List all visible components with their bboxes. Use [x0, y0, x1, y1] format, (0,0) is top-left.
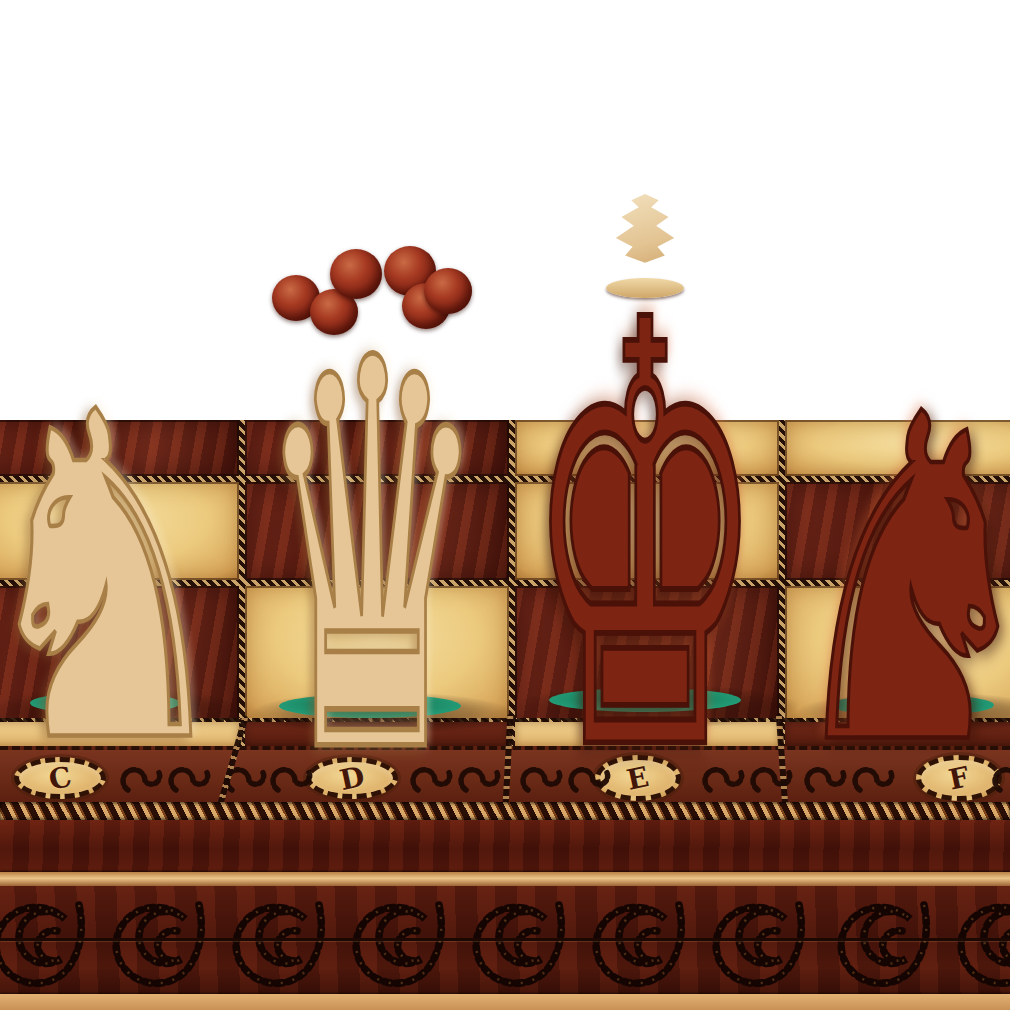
king-finial-disc	[606, 278, 684, 298]
burned-spiral-ornament	[940, 891, 1010, 991]
burned-spiral-ornament	[0, 891, 91, 991]
king-finial-ornament	[606, 194, 684, 298]
knight-glyph: ♞	[778, 358, 1010, 808]
knight-glyph: ♞	[0, 356, 239, 806]
piece-white-queen[interactable]: ♛	[255, 292, 489, 829]
queen-coronet-ball	[424, 268, 472, 314]
queen-glyph: ♛	[255, 292, 489, 829]
burned-spiral-ornament	[575, 891, 691, 991]
burned-spiral-ornament	[215, 891, 331, 991]
burned-spiral-ornament	[820, 891, 936, 991]
maple-inlay-line	[0, 872, 1010, 886]
box-bottom-edge	[0, 994, 1010, 1010]
burned-spiral-ornament	[95, 891, 211, 991]
king-finial-zigzag	[614, 194, 676, 282]
piece-black-king[interactable]: ♚	[524, 249, 766, 834]
piece-white-knight[interactable]: ♞	[0, 356, 239, 806]
burned-spiral-ornament	[455, 891, 571, 991]
queen-coronet-ball	[330, 249, 382, 299]
king-glyph: ♚	[524, 249, 766, 834]
chess-set-photo: C D E F ♞♛♚♞	[0, 0, 1010, 1010]
burned-spiral-ornament	[335, 891, 451, 991]
box-lid-seam	[0, 938, 1010, 941]
burned-spiral-ornament	[695, 891, 811, 991]
piece-black-knight[interactable]: ♞	[778, 358, 1010, 808]
